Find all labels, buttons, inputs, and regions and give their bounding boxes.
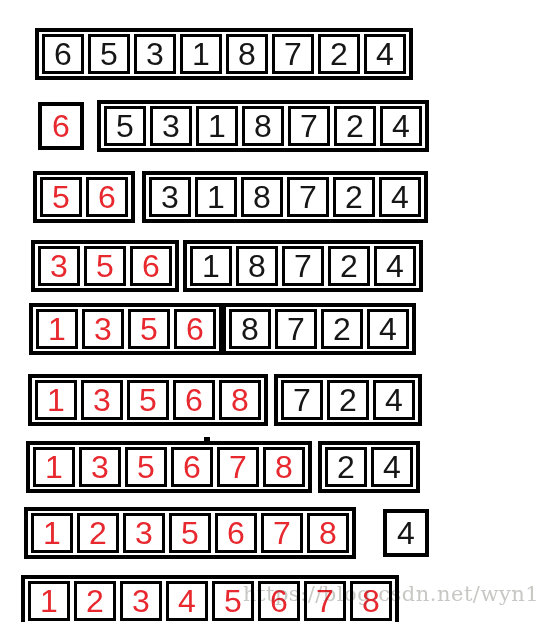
sorted-cell: 3 bbox=[79, 447, 121, 487]
unsorted-cell: 5 bbox=[104, 106, 146, 146]
unsorted-cell: 7 bbox=[281, 380, 323, 420]
unsorted-cell: 4 bbox=[374, 246, 416, 286]
sorted-cell: 5 bbox=[127, 380, 169, 420]
sorted-cell: 4 bbox=[166, 581, 208, 621]
sorted-cell: 6 bbox=[173, 380, 215, 420]
sorted-cell: 1 bbox=[28, 581, 70, 621]
sorted-cell: 5 bbox=[40, 177, 82, 217]
sorted-group: 6 bbox=[38, 102, 84, 150]
sorted-cell: 7 bbox=[304, 581, 346, 621]
sorted-cell: 1 bbox=[31, 513, 73, 553]
sort-step-row-3: 56318724 bbox=[0, 171, 539, 225]
sorted-group: 135678 bbox=[26, 441, 312, 493]
unsorted-group: 724 bbox=[274, 374, 422, 426]
sort-step-row-6: 13568724 bbox=[0, 374, 539, 428]
unsorted-cell: 7 bbox=[288, 106, 330, 146]
unsorted-cell: 8 bbox=[241, 177, 283, 217]
sorted-cell: 5 bbox=[84, 246, 126, 286]
sorted-cell: 5 bbox=[125, 447, 167, 487]
sorted-group: 56 bbox=[33, 171, 135, 223]
unsorted-cell: 7 bbox=[287, 177, 329, 217]
unsorted-cell: 3 bbox=[149, 177, 191, 217]
sorted-cell: 8 bbox=[219, 380, 261, 420]
sorted-cell: 5 bbox=[128, 309, 170, 349]
sorted-cell: 6 bbox=[258, 581, 300, 621]
sorted-cell: 2 bbox=[74, 581, 116, 621]
unsorted-cell: 4 bbox=[380, 106, 422, 146]
sort-step-row-1: 65318724 bbox=[0, 28, 539, 82]
unsorted-cell: 7 bbox=[272, 34, 314, 74]
sorted-cell: 1 bbox=[35, 380, 77, 420]
insertion-sort-diagram: 65318724 65318724 56318724 35618724 1356… bbox=[0, 0, 539, 622]
unsorted-cell: 2 bbox=[321, 309, 363, 349]
unsorted-group: 5318724 bbox=[97, 100, 429, 152]
unsorted-cell: 4 bbox=[373, 380, 415, 420]
sorted-group: 13568 bbox=[28, 374, 268, 426]
unsorted-group: 65318724 bbox=[35, 28, 413, 80]
unsorted-cell: 2 bbox=[325, 447, 367, 487]
unsorted-group: 18724 bbox=[183, 240, 423, 292]
unsorted-cell: 3 bbox=[134, 34, 176, 74]
sorted-cell: 3 bbox=[81, 380, 123, 420]
unsorted-cell: 8 bbox=[242, 106, 284, 146]
unsorted-cell: 2 bbox=[334, 106, 376, 146]
unsorted-cell: 4 bbox=[371, 447, 413, 487]
unsorted-cell: 8 bbox=[236, 246, 278, 286]
sort-step-row-4: 35618724 bbox=[0, 240, 539, 294]
sorted-cell: 8 bbox=[263, 447, 305, 487]
drawn-notch-artifact bbox=[204, 437, 210, 445]
unsorted-cell: 2 bbox=[333, 177, 375, 217]
unsorted-group: 318724 bbox=[142, 171, 428, 223]
unsorted-cell: 7 bbox=[282, 246, 324, 286]
sorted-cell: 3 bbox=[120, 581, 162, 621]
sorted-cell: 6 bbox=[215, 513, 257, 553]
sorted-cell: 3 bbox=[82, 309, 124, 349]
sorted-cell: 6 bbox=[130, 246, 172, 286]
sorted-cell: 1 bbox=[36, 309, 78, 349]
unsorted-cell: 4 bbox=[367, 309, 409, 349]
sorted-cell: 6 bbox=[171, 447, 213, 487]
sort-step-row-2: 65318724 bbox=[0, 100, 539, 154]
sorted-cell: 6 bbox=[174, 309, 216, 349]
unsorted-cell: 2 bbox=[318, 34, 360, 74]
unsorted-group: 4 bbox=[383, 509, 429, 557]
sorted-cell: 8 bbox=[350, 581, 392, 621]
sorted-group: 1235678 bbox=[24, 507, 356, 559]
unsorted-cell: 4 bbox=[364, 34, 406, 74]
sorted-cell: 6 bbox=[86, 177, 128, 217]
unsorted-cell: 3 bbox=[150, 106, 192, 146]
unsorted-cell: 7 bbox=[275, 309, 317, 349]
unsorted-cell: 8 bbox=[226, 34, 268, 74]
sorted-cell: 7 bbox=[261, 513, 303, 553]
sorted-group: 12345678 bbox=[21, 575, 399, 622]
unsorted-group: 8724 bbox=[222, 303, 416, 355]
unsorted-cell: 2 bbox=[327, 380, 369, 420]
sort-step-row-5: 13568724 bbox=[0, 303, 539, 357]
sorted-cell: 7 bbox=[217, 447, 259, 487]
unsorted-cell: 6 bbox=[42, 34, 84, 74]
sorted-cell: 3 bbox=[38, 246, 80, 286]
sorted-cell: 2 bbox=[77, 513, 119, 553]
sorted-cell: 5 bbox=[169, 513, 211, 553]
unsorted-cell: 1 bbox=[180, 34, 222, 74]
sorted-group: 356 bbox=[31, 240, 179, 292]
unsorted-cell: 5 bbox=[88, 34, 130, 74]
sort-step-row-8: 12356784 bbox=[0, 507, 539, 561]
sorted-group: 1356 bbox=[29, 303, 223, 355]
unsorted-cell: 1 bbox=[190, 246, 232, 286]
unsorted-cell: 2 bbox=[328, 246, 370, 286]
unsorted-cell: 8 bbox=[229, 309, 271, 349]
unsorted-cell: 1 bbox=[196, 106, 238, 146]
sorted-cell: 3 bbox=[123, 513, 165, 553]
sorted-cell: 1 bbox=[33, 447, 75, 487]
sort-step-row-9: 12345678 bbox=[0, 575, 539, 622]
sorted-cell: 5 bbox=[212, 581, 254, 621]
unsorted-cell: 4 bbox=[379, 177, 421, 217]
sort-step-row-7: 13567824 bbox=[0, 441, 539, 495]
unsorted-group: 24 bbox=[318, 441, 420, 493]
unsorted-cell: 1 bbox=[195, 177, 237, 217]
sorted-cell: 8 bbox=[307, 513, 349, 553]
